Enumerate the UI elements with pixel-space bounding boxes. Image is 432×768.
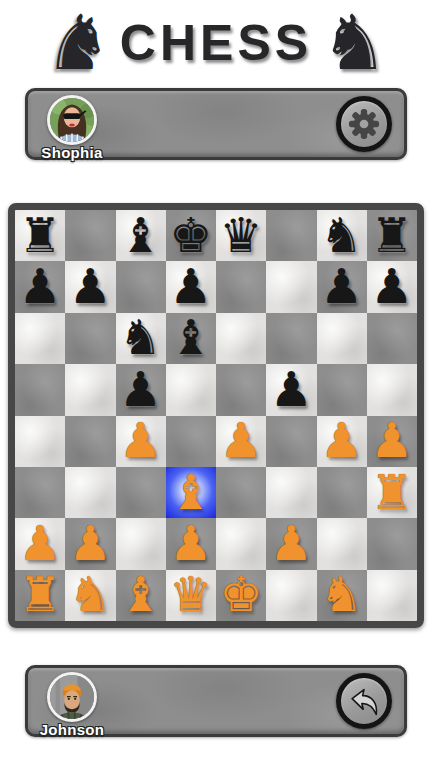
- square-h6[interactable]: [367, 313, 417, 364]
- piece-wP-f2: ♟: [270, 520, 313, 568]
- square-c8[interactable]: ♝: [116, 210, 166, 261]
- knight-logo-left-icon: ♞: [44, 5, 112, 81]
- woman-sunglasses-avatar-image: [50, 98, 94, 142]
- square-h4[interactable]: ♟: [367, 416, 417, 467]
- square-a5[interactable]: [15, 364, 65, 415]
- gear-icon: [345, 105, 383, 143]
- square-c2[interactable]: [116, 518, 166, 569]
- piece-bB-d6: ♝: [169, 314, 212, 362]
- square-a6[interactable]: [15, 313, 65, 364]
- square-e7[interactable]: [216, 261, 266, 312]
- square-c3[interactable]: [116, 467, 166, 518]
- piece-wP-a2: ♟: [19, 520, 62, 568]
- square-e1[interactable]: ♚: [216, 570, 266, 621]
- piece-wB-c1: ♝: [119, 571, 162, 619]
- square-h1[interactable]: [367, 570, 417, 621]
- piece-bN-g8: ♞: [320, 212, 363, 260]
- square-d2[interactable]: ♟: [166, 518, 216, 569]
- man-beanie-avatar-image: [50, 675, 94, 719]
- square-b7[interactable]: ♟: [65, 261, 115, 312]
- square-g2[interactable]: [317, 518, 367, 569]
- square-e3[interactable]: [216, 467, 266, 518]
- square-d6[interactable]: ♝: [166, 313, 216, 364]
- piece-wB-d3: ♝: [169, 469, 212, 517]
- square-f1[interactable]: [266, 570, 316, 621]
- square-b6[interactable]: [65, 313, 115, 364]
- square-g8[interactable]: ♞: [317, 210, 367, 261]
- piece-wP-h4: ♟: [370, 417, 413, 465]
- square-f2[interactable]: ♟: [266, 518, 316, 569]
- square-e6[interactable]: [216, 313, 266, 364]
- piece-wP-d2: ♟: [169, 520, 212, 568]
- square-e4[interactable]: ♟: [216, 416, 266, 467]
- chess-board: ♜♝♚♛♞♜♟♟♟♟♟♞♝♟♟♟♟♟♟♝♜♟♟♟♟♜♞♝♛♚♞: [8, 203, 424, 628]
- square-f7[interactable]: [266, 261, 316, 312]
- square-f3[interactable]: [266, 467, 316, 518]
- app-header: ♞ CHESS ♞: [0, 0, 432, 86]
- square-b8[interactable]: [65, 210, 115, 261]
- square-f8[interactable]: [266, 210, 316, 261]
- square-h3[interactable]: ♜: [367, 467, 417, 518]
- square-f4[interactable]: [266, 416, 316, 467]
- player-name: Johnson: [38, 721, 106, 738]
- square-d3[interactable]: ♝: [166, 467, 216, 518]
- piece-wP-b2: ♟: [69, 520, 112, 568]
- piece-wP-c4: ♟: [119, 417, 162, 465]
- settings-button[interactable]: [336, 96, 392, 152]
- square-f6[interactable]: [266, 313, 316, 364]
- square-b4[interactable]: [65, 416, 115, 467]
- piece-bP-c5: ♟: [119, 366, 162, 414]
- square-g3[interactable]: [317, 467, 367, 518]
- piece-bQ-e8: ♛: [220, 212, 263, 260]
- square-b3[interactable]: [65, 467, 115, 518]
- square-d7[interactable]: ♟: [166, 261, 216, 312]
- square-a1[interactable]: ♜: [15, 570, 65, 621]
- piece-bR-a8: ♜: [19, 212, 62, 260]
- piece-wN-b1: ♞: [69, 571, 112, 619]
- player-avatar-wrap: Johnson: [38, 672, 106, 738]
- square-h7[interactable]: ♟: [367, 261, 417, 312]
- piece-wR-a1: ♜: [19, 571, 62, 619]
- square-b5[interactable]: [65, 364, 115, 415]
- piece-bP-h7: ♟: [370, 263, 413, 311]
- square-h2[interactable]: [367, 518, 417, 569]
- undo-button[interactable]: [336, 673, 392, 729]
- undo-arrow-icon: [345, 682, 383, 720]
- opponent-name: Shophia: [38, 144, 106, 161]
- square-b2[interactable]: ♟: [65, 518, 115, 569]
- piece-bP-b7: ♟: [69, 263, 112, 311]
- piece-bN-c6: ♞: [119, 314, 162, 362]
- player-bar: Johnson: [25, 665, 407, 737]
- square-a7[interactable]: ♟: [15, 261, 65, 312]
- square-g4[interactable]: ♟: [317, 416, 367, 467]
- square-c7[interactable]: [116, 261, 166, 312]
- square-e8[interactable]: ♛: [216, 210, 266, 261]
- player-avatar: [47, 672, 97, 722]
- square-a3[interactable]: [15, 467, 65, 518]
- square-a4[interactable]: [15, 416, 65, 467]
- square-c1[interactable]: ♝: [116, 570, 166, 621]
- piece-wQ-d1: ♛: [169, 571, 212, 619]
- piece-wP-g4: ♟: [320, 417, 363, 465]
- square-e2[interactable]: [216, 518, 266, 569]
- square-e5[interactable]: [216, 364, 266, 415]
- square-c4[interactable]: ♟: [116, 416, 166, 467]
- square-g5[interactable]: [317, 364, 367, 415]
- opponent-bar: Shophia: [25, 88, 407, 160]
- piece-bP-g7: ♟: [320, 263, 363, 311]
- square-d1[interactable]: ♛: [166, 570, 216, 621]
- square-c6[interactable]: ♞: [116, 313, 166, 364]
- square-h8[interactable]: ♜: [367, 210, 417, 261]
- piece-bP-d7: ♟: [169, 263, 212, 311]
- square-c5[interactable]: ♟: [116, 364, 166, 415]
- square-d4[interactable]: [166, 416, 216, 467]
- piece-wP-e4: ♟: [220, 417, 263, 465]
- piece-wN-g1: ♞: [320, 571, 363, 619]
- piece-bP-f5: ♟: [270, 366, 313, 414]
- square-a8[interactable]: ♜: [15, 210, 65, 261]
- opponent-avatar-wrap: Shophia: [38, 95, 106, 161]
- piece-bR-h8: ♜: [370, 212, 413, 260]
- square-a2[interactable]: ♟: [15, 518, 65, 569]
- square-g1[interactable]: ♞: [317, 570, 367, 621]
- piece-bK-d8: ♚: [169, 212, 212, 260]
- opponent-avatar: [47, 95, 97, 145]
- square-f5[interactable]: ♟: [266, 364, 316, 415]
- piece-wR-h3: ♜: [370, 469, 413, 517]
- piece-wK-e1: ♚: [220, 571, 263, 619]
- piece-bP-a7: ♟: [19, 263, 62, 311]
- square-h5[interactable]: [367, 364, 417, 415]
- square-d8[interactable]: ♚: [166, 210, 216, 261]
- app-title: CHESS: [120, 14, 312, 72]
- square-d5[interactable]: [166, 364, 216, 415]
- square-g6[interactable]: [317, 313, 367, 364]
- square-g7[interactable]: ♟: [317, 261, 367, 312]
- knight-logo-right-icon: ♞: [320, 5, 388, 81]
- square-b1[interactable]: ♞: [65, 570, 115, 621]
- piece-bB-c8: ♝: [119, 212, 162, 260]
